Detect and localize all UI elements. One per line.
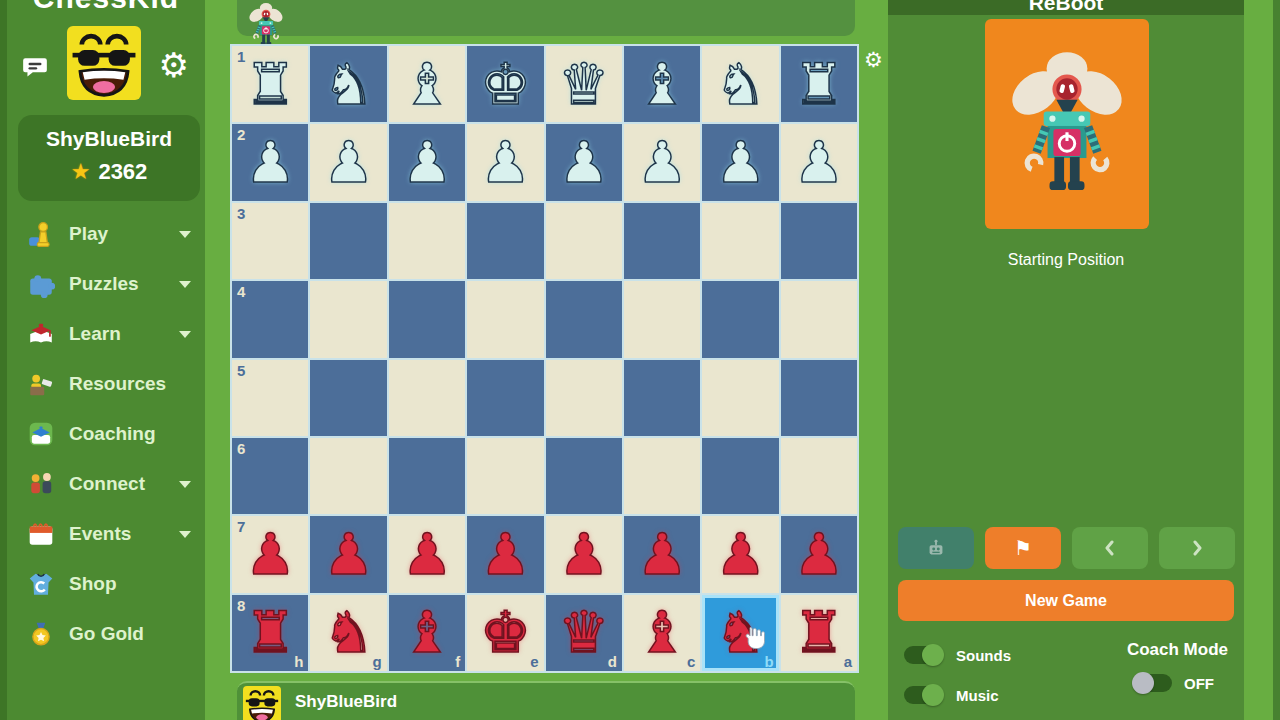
white-knight: ♞ — [715, 56, 766, 113]
player-bar: ShyBlueBird — [237, 681, 855, 720]
sounds-label: Sounds — [956, 647, 1011, 664]
hand-cursor — [740, 624, 768, 652]
coach-mode-switch[interactable] — [1134, 674, 1172, 692]
coach-mode-toggle[interactable]: OFF — [1134, 674, 1214, 692]
square-f3[interactable] — [389, 203, 465, 279]
music-switch[interactable] — [904, 686, 942, 704]
sidebar-item-label: Play — [69, 223, 108, 245]
chesskid-app: ChessKid ⚙ ShyBlueBird ★2362 PlayPuzzles… — [0, 0, 1280, 720]
white-king: ♚ — [480, 56, 531, 113]
red-pawn: ♟ — [558, 526, 609, 583]
square-f5[interactable] — [389, 360, 465, 436]
resign-flag-button[interactable]: ⚑ — [985, 527, 1061, 569]
settings-gear-icon[interactable]: ⚙ — [159, 48, 189, 82]
square-b5[interactable] — [702, 360, 778, 436]
square-b4[interactable] — [702, 281, 778, 357]
file-label-g: g — [373, 653, 382, 670]
square-b3[interactable] — [702, 203, 778, 279]
square-h8[interactable]: 8h♜ — [232, 595, 308, 671]
sidebar-header: ⚙ — [7, 22, 205, 112]
red-bishop: ♝ — [637, 604, 688, 661]
square-d5[interactable] — [546, 360, 622, 436]
file-label-h: h — [294, 653, 303, 670]
chevron-down-icon — [179, 281, 191, 288]
sidebar-item-label: Connect — [69, 473, 145, 495]
square-f1[interactable]: ♝ — [389, 46, 465, 122]
red-queen: ♛ — [558, 604, 609, 661]
square-a1[interactable]: ♜ — [781, 46, 857, 122]
chevron-down-icon — [179, 231, 191, 238]
square-c4[interactable] — [624, 281, 700, 357]
square-h6[interactable]: 6 — [232, 438, 308, 514]
sidebar-item-label: Shop — [69, 573, 117, 595]
white-pawn: ♟ — [715, 134, 766, 191]
white-pawn: ♟ — [401, 134, 452, 191]
sidebar-menu: PlayPuzzlesLearnResourcesCoachingConnect… — [7, 209, 205, 659]
robot-portrait-card — [985, 19, 1149, 229]
square-d6[interactable] — [546, 438, 622, 514]
white-pawn: ♟ — [637, 134, 688, 191]
rank-label-8: 8 — [237, 597, 245, 614]
square-e7[interactable]: ♟ — [467, 516, 543, 592]
chevron-left-icon — [1102, 540, 1118, 556]
square-h4[interactable]: 4 — [232, 281, 308, 357]
square-h2[interactable]: 2♟ — [232, 124, 308, 200]
red-king: ♚ — [480, 604, 531, 661]
flag-icon: ⚑ — [1014, 536, 1032, 560]
white-bishop: ♝ — [637, 56, 688, 113]
rank-label-4: 4 — [237, 283, 245, 300]
square-f7[interactable]: ♟ — [389, 516, 465, 592]
coach-mode-label: Coach Mode — [1127, 640, 1228, 660]
white-pawn: ♟ — [558, 134, 609, 191]
square-a6[interactable] — [781, 438, 857, 514]
square-e1[interactable]: ♚ — [467, 46, 543, 122]
sidebar-item-play[interactable]: Play — [7, 209, 205, 259]
sounds-switch[interactable] — [904, 646, 942, 664]
sidebar-item-events[interactable]: Events — [7, 509, 205, 559]
opponent-bar — [237, 0, 855, 36]
square-e6[interactable] — [467, 438, 543, 514]
shop-icon — [27, 570, 55, 598]
white-queen: ♛ — [558, 56, 609, 113]
board-settings-gear-icon[interactable]: ⚙ — [864, 50, 883, 71]
square-a2[interactable]: ♟ — [781, 124, 857, 200]
rank-label-7: 7 — [237, 518, 245, 535]
square-d7[interactable]: ♟ — [546, 516, 622, 592]
square-d3[interactable] — [546, 203, 622, 279]
sounds-toggle[interactable]: Sounds — [904, 646, 1011, 664]
square-a4[interactable] — [781, 281, 857, 357]
square-b8[interactable]: b♞ — [702, 595, 778, 671]
rank-label-2: 2 — [237, 126, 245, 143]
square-g2[interactable]: ♟ — [310, 124, 386, 200]
user-card[interactable]: ShyBlueBird ★2362 — [18, 115, 200, 201]
sidebar-item-learn[interactable]: Learn — [7, 309, 205, 359]
square-b1[interactable]: ♞ — [702, 46, 778, 122]
square-g8[interactable]: g♞ — [310, 595, 386, 671]
file-label-f: f — [455, 653, 460, 670]
square-g5[interactable] — [310, 360, 386, 436]
square-e8[interactable]: e♚ — [467, 595, 543, 671]
music-toggle[interactable]: Music — [904, 686, 999, 704]
square-e5[interactable] — [467, 360, 543, 436]
red-pawn: ♟ — [245, 526, 296, 583]
square-d4[interactable] — [546, 281, 622, 357]
move-forward-button[interactable] — [1159, 527, 1235, 569]
red-pawn: ♟ — [793, 526, 844, 583]
red-pawn: ♟ — [637, 526, 688, 583]
rating-row: ★2362 — [18, 159, 200, 185]
square-a7[interactable]: ♟ — [781, 516, 857, 592]
square-f8[interactable]: f♝ — [389, 595, 465, 671]
chevron-right-icon — [1189, 540, 1205, 556]
events-icon — [27, 520, 55, 548]
square-c7[interactable]: ♟ — [624, 516, 700, 592]
resources-icon — [27, 370, 55, 398]
square-c5[interactable] — [624, 360, 700, 436]
sidebar-item-label: Resources — [69, 373, 166, 395]
square-b6[interactable] — [702, 438, 778, 514]
game-panel: ReBoot Starting Position ⚑ New Game Soun… — [888, 0, 1244, 720]
square-h5[interactable]: 5 — [232, 360, 308, 436]
new-game-button[interactable]: New Game — [898, 580, 1234, 621]
sidebar-item-label: Events — [69, 523, 131, 545]
white-rook: ♜ — [793, 56, 844, 113]
white-pawn: ♟ — [323, 134, 374, 191]
square-c6[interactable] — [624, 438, 700, 514]
opponent-title: ReBoot — [888, 0, 1244, 15]
square-g1[interactable]: ♞ — [310, 46, 386, 122]
panel-header: ReBoot — [888, 0, 1244, 15]
coach-mode-state: OFF — [1184, 675, 1214, 692]
rank-label-1: 1 — [237, 48, 245, 65]
square-h1[interactable]: 1♜ — [232, 46, 308, 122]
square-d2[interactable]: ♟ — [546, 124, 622, 200]
sidebar-item-shop[interactable]: Shop — [7, 559, 205, 609]
sidebar-item-puzzles[interactable]: Puzzles — [7, 259, 205, 309]
file-label-b: b — [764, 653, 773, 670]
red-pawn: ♟ — [401, 526, 452, 583]
square-a3[interactable] — [781, 203, 857, 279]
square-a8[interactable]: a♜ — [781, 595, 857, 671]
red-knight: ♞ — [323, 604, 374, 661]
player-name: ShyBlueBird — [295, 692, 397, 712]
square-f4[interactable] — [389, 281, 465, 357]
red-knight: ♞ — [715, 604, 766, 661]
sidebar: ChessKid ⚙ ShyBlueBird ★2362 PlayPuzzles… — [7, 0, 205, 720]
square-c2[interactable]: ♟ — [624, 124, 700, 200]
left-edge-strip — [0, 0, 7, 720]
red-rook: ♜ — [245, 604, 296, 661]
right-edge-strip — [1273, 0, 1280, 720]
chevron-down-icon — [179, 331, 191, 338]
sidebar-item-label: Go Gold — [69, 623, 144, 645]
file-label-a: a — [844, 653, 852, 670]
white-bishop: ♝ — [401, 56, 452, 113]
red-pawn: ♟ — [480, 526, 531, 583]
learn-icon — [27, 320, 55, 348]
chess-board: 1♜♞♝♚♛♝♞♜2♟♟♟♟♟♟♟♟34567♟♟♟♟♟♟♟♟8h♜g♞f♝e♚… — [230, 44, 859, 673]
sidebar-item-connect[interactable]: Connect — [7, 459, 205, 509]
chesskid-logo[interactable]: ChessKid — [7, 0, 205, 15]
square-g3[interactable] — [310, 203, 386, 279]
sidebar-item-go-gold[interactable]: Go Gold — [7, 609, 205, 659]
rank-label-6: 6 — [237, 440, 245, 457]
square-a5[interactable] — [781, 360, 857, 436]
position-caption: Starting Position — [888, 251, 1244, 269]
square-g6[interactable] — [310, 438, 386, 514]
square-f6[interactable] — [389, 438, 465, 514]
move-back-button[interactable] — [1072, 527, 1148, 569]
sidebar-item-label: Learn — [69, 323, 121, 345]
sidebar-item-label: Puzzles — [69, 273, 139, 295]
square-d8[interactable]: d♛ — [546, 595, 622, 671]
square-e4[interactable] — [467, 281, 543, 357]
sidebar-item-resources[interactable]: Resources — [7, 359, 205, 409]
white-rook: ♜ — [245, 56, 296, 113]
square-d1[interactable]: ♛ — [546, 46, 622, 122]
white-pawn: ♟ — [245, 134, 296, 191]
square-c8[interactable]: c♝ — [624, 595, 700, 671]
sidebar-item-label: Coaching — [69, 423, 156, 445]
chevron-down-icon — [179, 481, 191, 488]
red-rook: ♜ — [793, 604, 844, 661]
square-g7[interactable]: ♟ — [310, 516, 386, 592]
square-b7[interactable]: ♟ — [702, 516, 778, 592]
red-pawn: ♟ — [323, 526, 374, 583]
sidebar-item-coaching[interactable]: Coaching — [7, 409, 205, 459]
robot-hint-button[interactable] — [898, 527, 974, 569]
red-pawn: ♟ — [715, 526, 766, 583]
username: ShyBlueBird — [18, 127, 200, 151]
square-h3[interactable]: 3 — [232, 203, 308, 279]
player-avatar[interactable] — [243, 686, 281, 720]
music-label: Music — [956, 687, 999, 704]
white-knight: ♞ — [323, 56, 374, 113]
square-g4[interactable] — [310, 281, 386, 357]
square-h7[interactable]: 7♟ — [232, 516, 308, 592]
rank-label-5: 5 — [237, 362, 245, 379]
file-label-d: d — [608, 653, 617, 670]
square-c3[interactable] — [624, 203, 700, 279]
puzzle-icon — [27, 270, 55, 298]
file-label-c: c — [687, 653, 695, 670]
rating-value: 2362 — [98, 159, 147, 184]
red-bishop: ♝ — [401, 604, 452, 661]
rank-label-3: 3 — [237, 205, 245, 222]
star-icon: ★ — [71, 159, 91, 184]
opponent-avatar[interactable] — [243, 0, 289, 50]
user-avatar[interactable] — [67, 26, 141, 100]
play-pawn-icon — [27, 220, 55, 248]
connect-icon — [27, 470, 55, 498]
square-e2[interactable]: ♟ — [467, 124, 543, 200]
chat-bubble-icon[interactable] — [21, 54, 49, 82]
white-pawn: ♟ — [793, 134, 844, 191]
square-c1[interactable]: ♝ — [624, 46, 700, 122]
chevron-down-icon — [179, 531, 191, 538]
square-b2[interactable]: ♟ — [702, 124, 778, 200]
square-f2[interactable]: ♟ — [389, 124, 465, 200]
game-controls: ⚑ — [888, 527, 1244, 569]
go-gold-icon — [27, 620, 55, 648]
coaching-icon — [27, 420, 55, 448]
square-e3[interactable] — [467, 203, 543, 279]
file-label-e: e — [530, 653, 538, 670]
white-pawn: ♟ — [480, 134, 531, 191]
